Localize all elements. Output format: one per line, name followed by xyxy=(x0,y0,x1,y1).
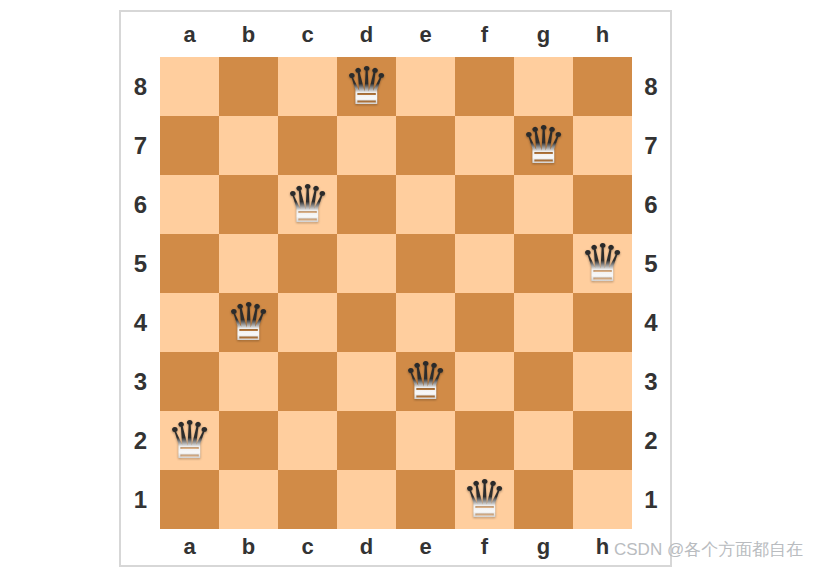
rank-label-left-3: 3 xyxy=(121,352,160,411)
square-f1[interactable]: ♛ xyxy=(455,470,514,529)
square-f4[interactable] xyxy=(455,293,514,352)
square-d6[interactable] xyxy=(337,175,396,234)
square-d7[interactable] xyxy=(337,116,396,175)
square-f6[interactable] xyxy=(455,175,514,234)
square-c8[interactable] xyxy=(278,57,337,116)
square-a6[interactable] xyxy=(160,175,219,234)
square-h3[interactable] xyxy=(573,352,632,411)
square-g4[interactable] xyxy=(514,293,573,352)
square-g1[interactable] xyxy=(514,470,573,529)
watermark: CSDN @各个方面都自在 xyxy=(614,538,803,561)
queen-h5: ♛ xyxy=(573,234,632,293)
rank-label-left-5: 5 xyxy=(121,234,160,293)
square-b6[interactable] xyxy=(219,175,278,234)
square-e4[interactable] xyxy=(396,293,455,352)
square-b3[interactable] xyxy=(219,352,278,411)
queen-g7: ♛ xyxy=(514,116,573,175)
rank-label-right-1: 1 xyxy=(632,470,670,529)
file-label-top-f: f xyxy=(455,12,514,57)
square-b5[interactable] xyxy=(219,234,278,293)
square-c6[interactable]: ♛ xyxy=(278,175,337,234)
file-label-bottom-e: e xyxy=(396,529,455,565)
square-f5[interactable] xyxy=(455,234,514,293)
square-h8[interactable] xyxy=(573,57,632,116)
square-h5[interactable]: ♛ xyxy=(573,234,632,293)
queen-f1: ♛ xyxy=(455,470,514,529)
queen-c6: ♛ xyxy=(278,175,337,234)
file-label-bottom-a: a xyxy=(160,529,219,565)
rank-label-left-6: 6 xyxy=(121,175,160,234)
corner-spacer xyxy=(121,12,160,57)
square-h6[interactable] xyxy=(573,175,632,234)
file-label-top-d: d xyxy=(337,12,396,57)
rank-label-right-8: 8 xyxy=(632,57,670,116)
file-label-top-a: a xyxy=(160,12,219,57)
file-label-bottom-f: f xyxy=(455,529,514,565)
square-c1[interactable] xyxy=(278,470,337,529)
rank-label-right-5: 5 xyxy=(632,234,670,293)
square-g2[interactable] xyxy=(514,411,573,470)
rank-label-left-7: 7 xyxy=(121,116,160,175)
square-e1[interactable] xyxy=(396,470,455,529)
square-c4[interactable] xyxy=(278,293,337,352)
square-c2[interactable] xyxy=(278,411,337,470)
file-label-top-h: h xyxy=(573,12,632,57)
corner-spacer xyxy=(121,529,160,565)
file-label-top-e: e xyxy=(396,12,455,57)
square-b2[interactable] xyxy=(219,411,278,470)
square-e5[interactable] xyxy=(396,234,455,293)
file-label-bottom-c: c xyxy=(278,529,337,565)
square-d4[interactable] xyxy=(337,293,396,352)
rank-label-right-4: 4 xyxy=(632,293,670,352)
square-c5[interactable] xyxy=(278,234,337,293)
file-label-bottom-b: b xyxy=(219,529,278,565)
square-b1[interactable] xyxy=(219,470,278,529)
rank-label-left-4: 4 xyxy=(121,293,160,352)
square-g6[interactable] xyxy=(514,175,573,234)
file-label-bottom-g: g xyxy=(514,529,573,565)
square-d5[interactable] xyxy=(337,234,396,293)
square-f8[interactable] xyxy=(455,57,514,116)
file-label-top-c: c xyxy=(278,12,337,57)
rank-label-right-7: 7 xyxy=(632,116,670,175)
chess-board: abcdefgh8♛87♛76♛65♛54♛43♛32♛21♛1abcdefgh xyxy=(121,12,670,565)
square-e8[interactable] xyxy=(396,57,455,116)
square-f2[interactable] xyxy=(455,411,514,470)
square-a5[interactable] xyxy=(160,234,219,293)
queen-e3: ♛ xyxy=(396,352,455,411)
diagram-panel: abcdefgh8♛87♛76♛65♛54♛43♛32♛21♛1abcdefgh xyxy=(119,10,672,567)
square-d3[interactable] xyxy=(337,352,396,411)
queen-d8: ♛ xyxy=(337,57,396,116)
square-b7[interactable] xyxy=(219,116,278,175)
rank-label-left-1: 1 xyxy=(121,470,160,529)
queen-a2: ♛ xyxy=(160,411,219,470)
square-g3[interactable] xyxy=(514,352,573,411)
rank-label-left-8: 8 xyxy=(121,57,160,116)
square-e3[interactable]: ♛ xyxy=(396,352,455,411)
square-h4[interactable] xyxy=(573,293,632,352)
square-a2[interactable]: ♛ xyxy=(160,411,219,470)
square-e7[interactable] xyxy=(396,116,455,175)
square-b4[interactable]: ♛ xyxy=(219,293,278,352)
square-d2[interactable] xyxy=(337,411,396,470)
square-h1[interactable] xyxy=(573,470,632,529)
square-c3[interactable] xyxy=(278,352,337,411)
square-e6[interactable] xyxy=(396,175,455,234)
square-a1[interactable] xyxy=(160,470,219,529)
file-label-bottom-d: d xyxy=(337,529,396,565)
queen-b4: ♛ xyxy=(219,293,278,352)
rank-label-right-3: 3 xyxy=(632,352,670,411)
square-g5[interactable] xyxy=(514,234,573,293)
rank-label-left-2: 2 xyxy=(121,411,160,470)
square-g7[interactable]: ♛ xyxy=(514,116,573,175)
square-c7[interactable] xyxy=(278,116,337,175)
page: abcdefgh8♛87♛76♛65♛54♛43♛32♛21♛1abcdefgh… xyxy=(0,0,831,572)
square-g8[interactable] xyxy=(514,57,573,116)
file-label-top-g: g xyxy=(514,12,573,57)
square-d1[interactable] xyxy=(337,470,396,529)
square-h7[interactable] xyxy=(573,116,632,175)
square-a8[interactable] xyxy=(160,57,219,116)
square-h2[interactable] xyxy=(573,411,632,470)
corner-spacer xyxy=(632,12,670,57)
square-a7[interactable] xyxy=(160,116,219,175)
square-a4[interactable] xyxy=(160,293,219,352)
rank-label-right-6: 6 xyxy=(632,175,670,234)
file-label-top-b: b xyxy=(219,12,278,57)
square-b8[interactable] xyxy=(219,57,278,116)
square-d8[interactable]: ♛ xyxy=(337,57,396,116)
square-f3[interactable] xyxy=(455,352,514,411)
rank-label-right-2: 2 xyxy=(632,411,670,470)
square-e2[interactable] xyxy=(396,411,455,470)
square-f7[interactable] xyxy=(455,116,514,175)
square-a3[interactable] xyxy=(160,352,219,411)
